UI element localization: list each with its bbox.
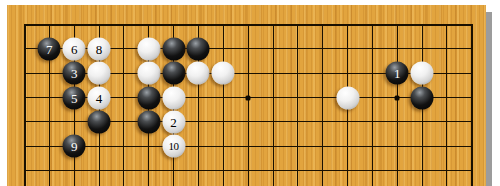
stone-white-R17	[411, 62, 434, 85]
stone-white-F18	[137, 37, 160, 60]
move-number: 1	[394, 62, 401, 85]
move-number: 4	[96, 86, 103, 109]
move-number: 6	[71, 37, 78, 60]
stone-white-G15: 2	[162, 110, 185, 133]
move-number: 2	[170, 110, 177, 133]
move-number: 5	[71, 86, 78, 109]
stone-white-D17	[88, 62, 111, 85]
stone-black-H18	[187, 37, 210, 60]
grid-line-h-1	[24, 24, 473, 26]
move-number: 7	[46, 37, 53, 60]
stone-black-C14: 9	[63, 135, 86, 158]
move-number: 3	[71, 62, 78, 85]
star-point-K16	[246, 95, 251, 100]
move-number: 9	[71, 135, 78, 158]
stone-black-C16: 5	[63, 86, 86, 109]
stone-black-G18	[162, 37, 185, 60]
stone-black-Q17: 1	[386, 62, 409, 85]
stone-black-R16	[411, 86, 434, 109]
move-number: 10	[169, 135, 179, 158]
grid-line-h-7	[24, 170, 473, 171]
star-point-Q16	[395, 95, 400, 100]
stone-white-O16	[336, 86, 359, 109]
stone-black-B18: 7	[38, 37, 61, 60]
go-diagram-page: 76831542910	[0, 0, 500, 186]
stone-white-F17	[137, 62, 160, 85]
stone-black-F15	[137, 110, 160, 133]
stone-white-H17	[187, 62, 210, 85]
stone-white-J17	[212, 62, 235, 85]
stone-white-D16: 4	[88, 86, 111, 109]
board-overlay: 76831542910	[0, 0, 500, 186]
stone-black-C17: 3	[63, 62, 86, 85]
stone-white-G16	[162, 86, 185, 109]
stone-white-D18: 8	[88, 37, 111, 60]
stone-white-G14: 10	[162, 135, 185, 158]
grid-line-h-6	[24, 146, 473, 147]
stone-black-F16	[137, 86, 160, 109]
stone-black-D15	[88, 110, 111, 133]
stone-white-C18: 6	[63, 37, 86, 60]
move-number: 8	[96, 37, 103, 60]
stone-black-G17	[162, 62, 185, 85]
